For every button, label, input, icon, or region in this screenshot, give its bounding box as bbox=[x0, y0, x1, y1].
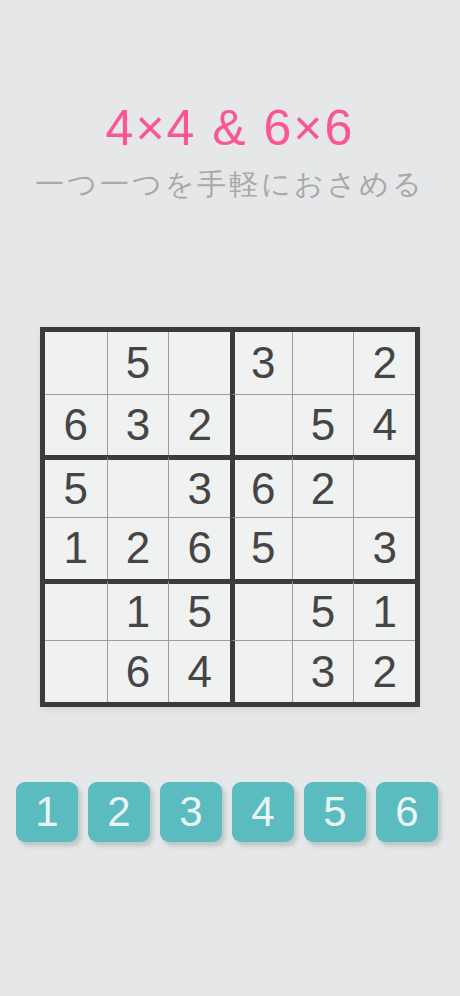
cell-r2c2[interactable]: 3 bbox=[107, 394, 169, 456]
cell-r1c6[interactable]: 2 bbox=[353, 332, 415, 394]
cell-r3c3[interactable]: 3 bbox=[168, 455, 230, 517]
cell-r3c2[interactable] bbox=[107, 455, 169, 517]
numpad-button-3[interactable]: 3 bbox=[160, 782, 222, 842]
cell-r5c3[interactable]: 5 bbox=[168, 579, 230, 641]
cell-r5c6[interactable]: 1 bbox=[353, 579, 415, 641]
cell-r6c5[interactable]: 3 bbox=[292, 640, 354, 702]
numpad-button-5[interactable]: 5 bbox=[304, 782, 366, 842]
cell-r2c3[interactable]: 2 bbox=[168, 394, 230, 456]
cell-r1c4[interactable]: 3 bbox=[230, 332, 292, 394]
cell-r6c1[interactable] bbox=[45, 640, 107, 702]
header: 4×4 & 6×6 一つ一つを手軽におさめる bbox=[0, 100, 460, 202]
cell-r3c1[interactable]: 5 bbox=[45, 455, 107, 517]
cell-r3c5[interactable]: 2 bbox=[292, 455, 354, 517]
cell-r3c4[interactable]: 6 bbox=[230, 455, 292, 517]
sudoku-board: 5326325453621265315516432 bbox=[40, 327, 420, 707]
numpad-button-6[interactable]: 6 bbox=[376, 782, 438, 842]
cell-r1c3[interactable] bbox=[168, 332, 230, 394]
page-title: 4×4 & 6×6 bbox=[0, 100, 460, 156]
cell-r5c4[interactable] bbox=[230, 579, 292, 641]
cell-r5c1[interactable] bbox=[45, 579, 107, 641]
number-pad: 123456 bbox=[16, 782, 444, 842]
cell-r4c5[interactable] bbox=[292, 517, 354, 579]
cell-r5c5[interactable]: 5 bbox=[292, 579, 354, 641]
cell-r1c1[interactable] bbox=[45, 332, 107, 394]
cell-r6c4[interactable] bbox=[230, 640, 292, 702]
cell-r3c6[interactable] bbox=[353, 455, 415, 517]
cell-r2c5[interactable]: 5 bbox=[292, 394, 354, 456]
cell-r6c6[interactable]: 2 bbox=[353, 640, 415, 702]
numpad-button-4[interactable]: 4 bbox=[232, 782, 294, 842]
cell-r4c4[interactable]: 5 bbox=[230, 517, 292, 579]
cell-r1c2[interactable]: 5 bbox=[107, 332, 169, 394]
cell-r2c4[interactable] bbox=[230, 394, 292, 456]
cell-r6c2[interactable]: 6 bbox=[107, 640, 169, 702]
cell-r4c2[interactable]: 2 bbox=[107, 517, 169, 579]
cell-r4c3[interactable]: 6 bbox=[168, 517, 230, 579]
cell-r4c1[interactable]: 1 bbox=[45, 517, 107, 579]
cell-r1c5[interactable] bbox=[292, 332, 354, 394]
page-subtitle: 一つ一つを手軽におさめる bbox=[0, 166, 460, 202]
cell-r2c1[interactable]: 6 bbox=[45, 394, 107, 456]
cell-r6c3[interactable]: 4 bbox=[168, 640, 230, 702]
numpad-button-2[interactable]: 2 bbox=[88, 782, 150, 842]
numpad-button-1[interactable]: 1 bbox=[16, 782, 78, 842]
cell-r5c2[interactable]: 1 bbox=[107, 579, 169, 641]
cell-r2c6[interactable]: 4 bbox=[353, 394, 415, 456]
cell-r4c6[interactable]: 3 bbox=[353, 517, 415, 579]
